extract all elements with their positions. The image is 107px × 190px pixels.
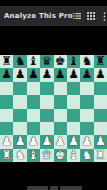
square-e7[interactable]: ♟ bbox=[54, 68, 67, 81]
bottom-bar bbox=[0, 185, 107, 190]
piece-black-bishop: ♝ bbox=[68, 55, 79, 68]
square-d2[interactable]: ♟ bbox=[40, 135, 53, 148]
piece-black-king: ♚ bbox=[55, 55, 66, 68]
square-h2[interactable]: ♟ bbox=[94, 135, 107, 148]
square-f6[interactable] bbox=[67, 82, 80, 95]
square-e3[interactable] bbox=[54, 122, 67, 135]
square-a1[interactable]: ♜ bbox=[0, 149, 13, 162]
square-d1[interactable]: ♛ bbox=[40, 149, 53, 162]
piece-black-bishop: ♝ bbox=[28, 55, 39, 68]
piece-black-pawn: ♟ bbox=[28, 68, 39, 81]
square-g7[interactable]: ♟ bbox=[80, 68, 93, 81]
square-h8[interactable]: ♜ bbox=[94, 55, 107, 68]
move-list-icon[interactable] bbox=[73, 12, 81, 20]
piece-white-pawn: ♟ bbox=[82, 135, 93, 148]
square-g5[interactable] bbox=[80, 95, 93, 108]
square-h1[interactable]: ♜ bbox=[94, 149, 107, 162]
piece-black-rook: ♜ bbox=[1, 55, 12, 68]
piece-white-knight: ♞ bbox=[82, 149, 93, 162]
square-d7[interactable]: ♟ bbox=[40, 68, 53, 81]
square-d8[interactable]: ♛ bbox=[40, 55, 53, 68]
square-e2[interactable]: ♟ bbox=[54, 135, 67, 148]
piece-white-pawn: ♟ bbox=[95, 135, 106, 148]
piece-white-rook: ♜ bbox=[95, 149, 106, 162]
square-d3[interactable] bbox=[40, 122, 53, 135]
square-f1[interactable]: ♝ bbox=[67, 149, 80, 162]
square-a7[interactable]: ♟ bbox=[0, 68, 13, 81]
piece-white-king: ♚ bbox=[55, 149, 66, 162]
square-a3[interactable] bbox=[0, 122, 13, 135]
square-f7[interactable]: ♟ bbox=[67, 68, 80, 81]
square-c1[interactable]: ♝ bbox=[27, 149, 40, 162]
square-c2[interactable]: ♟ bbox=[27, 135, 40, 148]
square-g3[interactable] bbox=[80, 122, 93, 135]
square-e4[interactable] bbox=[54, 109, 67, 122]
square-c4[interactable] bbox=[27, 109, 40, 122]
square-f4[interactable] bbox=[67, 109, 80, 122]
square-b1[interactable]: ♞ bbox=[13, 149, 26, 162]
piece-black-knight: ♞ bbox=[15, 55, 26, 68]
piece-black-knight: ♞ bbox=[82, 55, 93, 68]
piece-black-pawn: ♟ bbox=[1, 68, 12, 81]
piece-white-bishop: ♝ bbox=[68, 149, 79, 162]
square-c5[interactable] bbox=[27, 95, 40, 108]
square-b7[interactable]: ♟ bbox=[13, 68, 26, 81]
piece-black-pawn: ♟ bbox=[15, 68, 26, 81]
square-h5[interactable] bbox=[94, 95, 107, 108]
square-a5[interactable] bbox=[0, 95, 13, 108]
piece-white-knight: ♞ bbox=[15, 149, 26, 162]
overflow-menu-icon[interactable] bbox=[101, 12, 107, 20]
square-h6[interactable] bbox=[94, 82, 107, 95]
piece-black-pawn: ♟ bbox=[82, 68, 93, 81]
piece-white-pawn: ♟ bbox=[15, 135, 26, 148]
square-g6[interactable] bbox=[80, 82, 93, 95]
square-b5[interactable] bbox=[13, 95, 26, 108]
piece-black-pawn: ♟ bbox=[68, 68, 79, 81]
square-a2[interactable]: ♟ bbox=[0, 135, 13, 148]
square-f5[interactable] bbox=[67, 95, 80, 108]
square-e5[interactable] bbox=[54, 95, 67, 108]
square-h7[interactable]: ♟ bbox=[94, 68, 107, 81]
square-c7[interactable]: ♟ bbox=[27, 68, 40, 81]
bottom-button-2[interactable] bbox=[50, 186, 58, 190]
square-e1[interactable]: ♚ bbox=[54, 149, 67, 162]
square-b3[interactable] bbox=[13, 122, 26, 135]
piece-black-rook: ♜ bbox=[95, 55, 106, 68]
square-b8[interactable]: ♞ bbox=[13, 55, 26, 68]
square-g1[interactable]: ♞ bbox=[80, 149, 93, 162]
square-b6[interactable] bbox=[13, 82, 26, 95]
bottom-button-1[interactable] bbox=[27, 186, 48, 190]
square-b2[interactable]: ♟ bbox=[13, 135, 26, 148]
square-g4[interactable] bbox=[80, 109, 93, 122]
square-f8[interactable]: ♝ bbox=[67, 55, 80, 68]
square-a6[interactable] bbox=[0, 82, 13, 95]
square-d5[interactable] bbox=[40, 95, 53, 108]
grid-view-icon[interactable] bbox=[87, 12, 95, 20]
piece-white-rook: ♜ bbox=[1, 149, 12, 162]
piece-white-pawn: ♟ bbox=[55, 135, 66, 148]
piece-white-pawn: ♟ bbox=[41, 135, 52, 148]
app-bar: Analyze This Pro bbox=[0, 6, 107, 26]
square-c6[interactable] bbox=[27, 82, 40, 95]
piece-black-pawn: ♟ bbox=[41, 68, 52, 81]
piece-black-pawn: ♟ bbox=[95, 68, 106, 81]
piece-white-bishop: ♝ bbox=[28, 149, 39, 162]
square-b4[interactable] bbox=[13, 109, 26, 122]
bottom-button-3[interactable] bbox=[60, 186, 82, 190]
square-g8[interactable]: ♞ bbox=[80, 55, 93, 68]
app-title: Analyze This Pro bbox=[4, 12, 73, 20]
square-e6[interactable] bbox=[54, 82, 67, 95]
piece-black-queen: ♛ bbox=[41, 55, 52, 68]
square-h4[interactable] bbox=[94, 109, 107, 122]
square-f3[interactable] bbox=[67, 122, 80, 135]
square-f2[interactable]: ♟ bbox=[67, 135, 80, 148]
piece-white-pawn: ♟ bbox=[28, 135, 39, 148]
square-a4[interactable] bbox=[0, 109, 13, 122]
app-bar-icons bbox=[73, 12, 107, 20]
square-d4[interactable] bbox=[40, 109, 53, 122]
piece-white-queen: ♛ bbox=[41, 149, 52, 162]
square-g2[interactable]: ♟ bbox=[80, 135, 93, 148]
square-e8[interactable]: ♚ bbox=[54, 55, 67, 68]
piece-black-pawn: ♟ bbox=[55, 68, 66, 81]
square-c8[interactable]: ♝ bbox=[27, 55, 40, 68]
square-h3[interactable] bbox=[94, 122, 107, 135]
square-a8[interactable]: ♜ bbox=[0, 55, 13, 68]
square-d6[interactable] bbox=[40, 82, 53, 95]
square-c3[interactable] bbox=[27, 122, 40, 135]
piece-white-pawn: ♟ bbox=[1, 135, 12, 148]
piece-white-pawn: ♟ bbox=[68, 135, 79, 148]
chess-board: ♜♞♝♛♚♝♞♜♟♟♟♟♟♟♟♟♟♟♟♟♟♟♟♟♜♞♝♛♚♝♞♜ bbox=[0, 55, 107, 162]
